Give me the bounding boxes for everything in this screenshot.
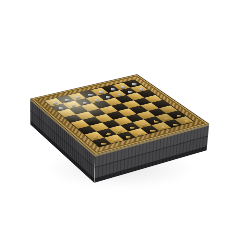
piece-glyph: ♟ <box>134 77 146 89</box>
piece-glyph: ♟ <box>65 92 77 104</box>
product-photo: ♜♞♝♛♚♝♞♜♟♟♟♟♟♟♟♟♟♟♟♟♟♟♟♟♜♞♝♛♚♝♞♜ <box>0 0 228 228</box>
piece-glyph: ♟ <box>77 90 89 102</box>
piece-glyph: ♟ <box>123 79 135 91</box>
chess-board-case: ♜♞♝♛♚♝♞♜♟♟♟♟♟♟♟♟♟♟♟♟♟♟♟♟♜♞♝♛♚♝♞♜ <box>30 74 209 155</box>
piece-glyph: ♟ <box>89 87 101 99</box>
chess-set-scene: ♜♞♝♛♚♝♞♜♟♟♟♟♟♟♟♟♟♟♟♟♟♟♟♟♜♞♝♛♚♝♞♜ <box>0 0 228 228</box>
piece-glyph: ♟ <box>112 82 124 94</box>
piece-glyph: ♟ <box>100 84 112 96</box>
piece-glyph: ♟ <box>53 95 65 107</box>
piece-glyph: ♜ <box>95 129 109 143</box>
